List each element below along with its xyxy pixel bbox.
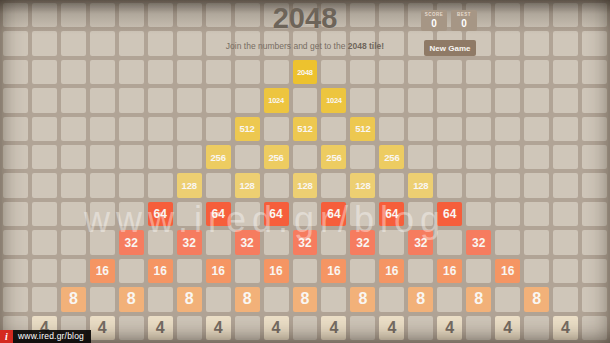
empty-cell [321, 60, 346, 84]
tile-8: 8 [524, 287, 549, 311]
empty-cell [495, 117, 520, 141]
empty-cell [495, 230, 520, 254]
empty-cell [119, 173, 144, 197]
tile-16: 16 [148, 259, 173, 283]
empty-cell [350, 88, 375, 112]
empty-cell [466, 117, 491, 141]
tile-256: 256 [379, 145, 404, 169]
empty-cell [379, 60, 404, 84]
credit-badge: i www.ired.gr/blog [0, 330, 91, 343]
empty-cell [553, 287, 578, 311]
tile-32: 32 [466, 230, 491, 254]
empty-cell [553, 88, 578, 112]
empty-cell [119, 259, 144, 283]
tile-64: 64 [148, 202, 173, 226]
empty-cell [61, 202, 86, 226]
empty-cell [408, 88, 433, 112]
empty-cell [379, 117, 404, 141]
empty-cell [148, 230, 173, 254]
empty-cell [553, 259, 578, 283]
tile-4: 4 [553, 316, 578, 340]
empty-cell [61, 173, 86, 197]
empty-cell [90, 145, 115, 169]
empty-cell [90, 60, 115, 84]
empty-cell [350, 3, 375, 27]
tile-16: 16 [379, 259, 404, 283]
empty-cell [582, 3, 607, 27]
subtitle-text: Join the numbers and get to the [226, 41, 348, 51]
tile-2048: 2048 [293, 60, 318, 84]
empty-cell [495, 173, 520, 197]
empty-cell [495, 287, 520, 311]
empty-cell [524, 259, 549, 283]
empty-cell [582, 173, 607, 197]
empty-cell [582, 230, 607, 254]
empty-cell [90, 3, 115, 27]
empty-cell [408, 117, 433, 141]
tile-64: 64 [321, 202, 346, 226]
empty-cell [177, 88, 202, 112]
tile-4: 4 [321, 316, 346, 340]
empty-cell [32, 230, 57, 254]
tile-8: 8 [350, 287, 375, 311]
tile-8: 8 [177, 287, 202, 311]
score-box: SCORE 0 [421, 10, 447, 31]
empty-cell [379, 230, 404, 254]
empty-cell [90, 287, 115, 311]
subtitle-goal: 2048 tile! [348, 41, 384, 51]
empty-cell [553, 117, 578, 141]
empty-cell [61, 88, 86, 112]
game-board[interactable]: 2048102410245125125122562562562561281281… [0, 0, 610, 343]
empty-cell [466, 88, 491, 112]
empty-cell [524, 117, 549, 141]
empty-cell [524, 202, 549, 226]
empty-cell [293, 259, 318, 283]
empty-cell [61, 3, 86, 27]
empty-cell [119, 145, 144, 169]
tile-16: 16 [206, 259, 231, 283]
empty-cell [32, 88, 57, 112]
empty-cell [119, 117, 144, 141]
tile-128: 128 [177, 173, 202, 197]
tile-512: 512 [293, 117, 318, 141]
tile-64: 64 [206, 202, 231, 226]
empty-cell [524, 3, 549, 27]
tile-16: 16 [495, 259, 520, 283]
empty-cell [61, 259, 86, 283]
empty-cell [32, 287, 57, 311]
empty-cell [582, 259, 607, 283]
empty-cell [235, 145, 260, 169]
empty-cell [264, 60, 289, 84]
empty-cell [293, 316, 318, 340]
tile-16: 16 [437, 259, 462, 283]
tile-1024: 1024 [321, 88, 346, 112]
tile-4: 4 [90, 316, 115, 340]
score-value: 0 [431, 18, 437, 29]
tile-256: 256 [206, 145, 231, 169]
page-title: 2048 [273, 2, 338, 35]
tile-4: 4 [379, 316, 404, 340]
empty-cell [90, 173, 115, 197]
empty-cell [235, 3, 260, 27]
new-game-button[interactable]: New Game [424, 40, 476, 56]
empty-cell [32, 3, 57, 27]
tile-8: 8 [61, 287, 86, 311]
tile-128: 128 [408, 173, 433, 197]
empty-cell [582, 117, 607, 141]
empty-cell [61, 60, 86, 84]
empty-cell [3, 3, 28, 27]
tile-8: 8 [408, 287, 433, 311]
empty-cell [524, 316, 549, 340]
empty-cell [524, 88, 549, 112]
empty-cell [582, 88, 607, 112]
tile-512: 512 [350, 117, 375, 141]
empty-cell [177, 117, 202, 141]
empty-cell [495, 60, 520, 84]
empty-cell [264, 173, 289, 197]
tile-64: 64 [264, 202, 289, 226]
empty-cell [264, 117, 289, 141]
empty-cell [495, 88, 520, 112]
empty-cell [553, 3, 578, 27]
tile-4: 4 [206, 316, 231, 340]
empty-cell [119, 60, 144, 84]
empty-cell [321, 287, 346, 311]
empty-cell [293, 88, 318, 112]
empty-cell [408, 60, 433, 84]
empty-cell [495, 3, 520, 27]
empty-cell [177, 60, 202, 84]
empty-cell [408, 259, 433, 283]
empty-cell [582, 60, 607, 84]
empty-cell [177, 259, 202, 283]
empty-cell [90, 88, 115, 112]
best-value: 0 [461, 18, 467, 29]
empty-cell [321, 230, 346, 254]
empty-cell [32, 145, 57, 169]
ired-logo-icon: i [0, 330, 13, 343]
empty-cell [148, 287, 173, 311]
empty-cell [379, 287, 404, 311]
empty-cell [495, 202, 520, 226]
empty-cell [3, 173, 28, 197]
empty-cell [524, 230, 549, 254]
tile-64: 64 [437, 202, 462, 226]
empty-cell [408, 316, 433, 340]
empty-cell [61, 145, 86, 169]
empty-cell [148, 117, 173, 141]
empty-cell [553, 230, 578, 254]
empty-cell [524, 60, 549, 84]
tile-8: 8 [235, 287, 260, 311]
empty-cell [235, 88, 260, 112]
empty-cell [553, 173, 578, 197]
empty-cell [350, 202, 375, 226]
tile-8: 8 [466, 287, 491, 311]
tile-8: 8 [119, 287, 144, 311]
empty-cell [32, 173, 57, 197]
empty-cell [148, 88, 173, 112]
empty-cell [293, 202, 318, 226]
empty-cell [582, 202, 607, 226]
empty-cell [3, 117, 28, 141]
subtitle: Join the numbers and get to the 2048 til… [0, 41, 610, 51]
tile-4: 4 [264, 316, 289, 340]
empty-cell [321, 117, 346, 141]
empty-cell [524, 145, 549, 169]
empty-cell [206, 117, 231, 141]
tile-4: 4 [437, 316, 462, 340]
empty-cell [148, 145, 173, 169]
empty-cell [437, 287, 462, 311]
empty-cell [148, 60, 173, 84]
empty-cell [3, 230, 28, 254]
empty-cell [32, 117, 57, 141]
empty-cell [177, 3, 202, 27]
empty-cell [3, 202, 28, 226]
empty-cell [582, 145, 607, 169]
empty-cell [437, 230, 462, 254]
empty-cell [408, 202, 433, 226]
tile-4: 4 [495, 316, 520, 340]
empty-cell [3, 145, 28, 169]
empty-cell [582, 287, 607, 311]
empty-cell [3, 60, 28, 84]
empty-cell [32, 259, 57, 283]
empty-cell [437, 117, 462, 141]
tile-256: 256 [321, 145, 346, 169]
empty-cell [553, 202, 578, 226]
empty-cell [206, 60, 231, 84]
empty-cell [350, 60, 375, 84]
empty-cell [379, 3, 404, 27]
empty-cell [61, 117, 86, 141]
tile-4: 4 [148, 316, 173, 340]
empty-cell [119, 202, 144, 226]
empty-cell [264, 230, 289, 254]
empty-cell [437, 88, 462, 112]
empty-cell [235, 316, 260, 340]
empty-cell [3, 259, 28, 283]
empty-cell [32, 60, 57, 84]
tile-32: 32 [293, 230, 318, 254]
empty-cell [408, 145, 433, 169]
tile-128: 128 [235, 173, 260, 197]
tile-32: 32 [350, 230, 375, 254]
tile-1024: 1024 [264, 88, 289, 112]
empty-cell [206, 230, 231, 254]
empty-cell [32, 202, 57, 226]
tile-16: 16 [321, 259, 346, 283]
empty-cell [466, 173, 491, 197]
empty-cell [582, 316, 607, 340]
empty-cell [466, 316, 491, 340]
tile-64: 64 [379, 202, 404, 226]
empty-cell [148, 173, 173, 197]
empty-cell [3, 287, 28, 311]
empty-cell [177, 202, 202, 226]
empty-cell [350, 259, 375, 283]
empty-cell [206, 173, 231, 197]
empty-cell [466, 60, 491, 84]
empty-cell [466, 202, 491, 226]
tile-256: 256 [264, 145, 289, 169]
empty-cell [495, 145, 520, 169]
tile-128: 128 [350, 173, 375, 197]
empty-cell [3, 88, 28, 112]
empty-cell [264, 287, 289, 311]
empty-cell [379, 88, 404, 112]
empty-cell [437, 60, 462, 84]
credit-url: www.ired.gr/blog [13, 330, 91, 343]
empty-cell [206, 287, 231, 311]
empty-cell [553, 60, 578, 84]
empty-cell [466, 259, 491, 283]
empty-cell [206, 3, 231, 27]
empty-cell [235, 202, 260, 226]
empty-cell [119, 316, 144, 340]
tile-32: 32 [235, 230, 260, 254]
empty-cell [350, 316, 375, 340]
empty-cell [350, 145, 375, 169]
empty-cell [90, 117, 115, 141]
score-panel: SCORE 0 BEST 0 [421, 10, 477, 31]
empty-cell [524, 173, 549, 197]
tile-8: 8 [293, 287, 318, 311]
empty-cell [61, 230, 86, 254]
tile-128: 128 [293, 173, 318, 197]
tile-32: 32 [408, 230, 433, 254]
empty-cell [148, 3, 173, 27]
tile-32: 32 [119, 230, 144, 254]
empty-cell [177, 316, 202, 340]
empty-cell [235, 259, 260, 283]
tile-32: 32 [177, 230, 202, 254]
empty-cell [437, 173, 462, 197]
empty-cell [90, 230, 115, 254]
tile-16: 16 [90, 259, 115, 283]
empty-cell [177, 145, 202, 169]
empty-cell [553, 145, 578, 169]
empty-cell [379, 173, 404, 197]
empty-cell [293, 145, 318, 169]
empty-cell [206, 88, 231, 112]
empty-cell [119, 3, 144, 27]
best-box: BEST 0 [451, 10, 477, 31]
tile-16: 16 [264, 259, 289, 283]
empty-cell [119, 88, 144, 112]
empty-cell [321, 173, 346, 197]
tile-512: 512 [235, 117, 260, 141]
empty-cell [437, 145, 462, 169]
empty-cell [466, 145, 491, 169]
empty-cell [90, 202, 115, 226]
empty-cell [235, 60, 260, 84]
